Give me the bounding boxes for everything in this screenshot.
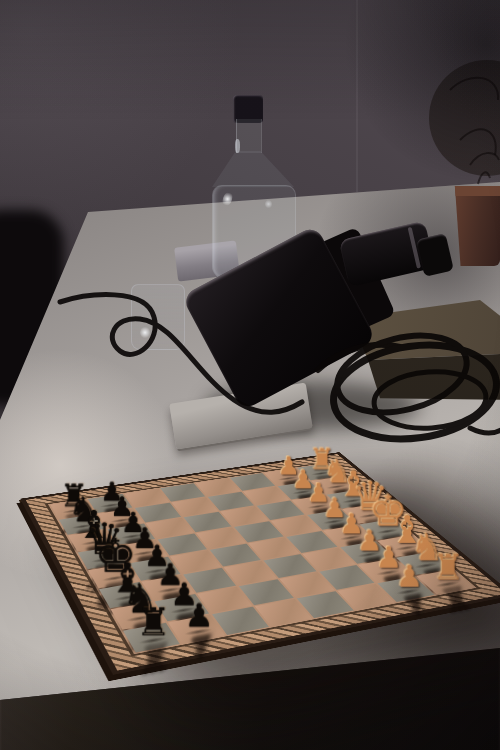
- piece-black-pawn: ♟: [174, 602, 222, 633]
- piece-cast-shadow: ♜: [430, 580, 482, 619]
- glass-glint: [140, 326, 150, 339]
- wall-corner-line: [356, 0, 358, 192]
- drinking-glass: [131, 284, 185, 350]
- bottle-shoulder: [212, 151, 294, 187]
- square: ♜♜: [123, 623, 180, 653]
- bottle-glint: [235, 139, 240, 153]
- piece-black-rook: ♜: [129, 604, 178, 641]
- piece-white-rook: ♜: [425, 551, 470, 585]
- piece-white-pawn: ♟: [386, 563, 432, 592]
- plant-pot: [453, 186, 500, 266]
- photo-scene: ♜♜♟♟♟♟♜♜♞♞♟♟♟♟♞♞♝♝♟♟♟♟♝♝♛♛♟♟♟♟♛♛♚♚♟♟♟♟♚♚…: [0, 0, 500, 750]
- vintage-camera: [198, 208, 448, 408]
